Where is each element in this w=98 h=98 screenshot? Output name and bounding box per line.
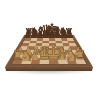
board-grid: [12, 36, 87, 64]
photo-background: ♜♞♝♛♚♝♞♜♟♟♟♟♟♟♟♟♟♟♟♟♟♟♟♟♜♞♝♛♚♝♞♜: [0, 0, 98, 98]
square-h1[interactable]: [75, 58, 86, 63]
chess-board[interactable]: [5, 35, 93, 67]
chess-set-photo: ♜♞♝♛♚♝♞♜♟♟♟♟♟♟♟♟♟♟♟♟♟♟♟♟♜♞♝♛♚♝♞♜: [0, 0, 98, 98]
square-d1[interactable]: [40, 58, 49, 63]
board-front-edge: [4, 67, 94, 72]
